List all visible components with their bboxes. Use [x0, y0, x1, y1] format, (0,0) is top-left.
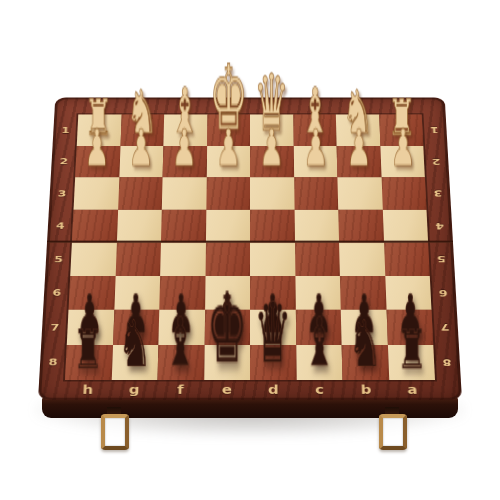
square-d8: ♛ — [250, 345, 296, 380]
square-c5 — [295, 242, 340, 275]
white-pawn-c2: ♟ — [303, 123, 328, 174]
square-e8: ♚ — [204, 345, 250, 380]
rank-label-right-1: 1 — [422, 115, 448, 146]
square-h5 — [70, 242, 116, 275]
rank-label-left-4: 4 — [47, 209, 74, 242]
rank-label-left-7: 7 — [41, 310, 68, 345]
board-frame: 12345678 12345678 hgfedcba ♜♞♝♚♛♝♞♜♟♟♟♟♟… — [38, 97, 462, 400]
square-d3 — [250, 177, 294, 209]
rank-label-right-4: 4 — [426, 209, 453, 242]
square-h8: ♜ — [65, 345, 113, 380]
square-e2: ♟ — [206, 146, 250, 178]
square-b4 — [338, 209, 383, 242]
clasp-right-loop — [379, 414, 407, 450]
black-rook-a8: ♜ — [397, 322, 427, 376]
square-f3 — [162, 177, 207, 209]
black-bishop-f8: ♝ — [165, 310, 197, 376]
file-label-e: e — [204, 380, 251, 400]
file-label-d: d — [250, 380, 297, 400]
rank-label-right-2: 2 — [423, 146, 449, 178]
chess-board: 12345678 12345678 hgfedcba ♜♞♝♚♛♝♞♜♟♟♟♟♟… — [38, 97, 462, 400]
square-a2: ♟ — [380, 146, 425, 178]
white-pawn-e2: ♟ — [216, 123, 241, 174]
square-f2: ♟ — [163, 146, 207, 178]
square-f8: ♝ — [158, 345, 205, 380]
file-label-c: c — [296, 380, 343, 400]
file-label-h: h — [64, 380, 111, 400]
rank-label-right-6: 6 — [430, 276, 457, 310]
rank-label-right-8: 8 — [433, 345, 461, 380]
black-bishop-c8: ♝ — [303, 310, 335, 376]
square-b3 — [337, 177, 382, 209]
square-d5 — [250, 242, 295, 275]
file-labels-bottom: hgfedcba — [64, 380, 436, 400]
product-photo-stage: 12345678 12345678 hgfedcba ♜♞♝♚♛♝♞♜♟♟♟♟♟… — [0, 0, 500, 500]
square-g2: ♟ — [119, 146, 163, 178]
white-pawn-b2: ♟ — [347, 123, 372, 174]
square-g3 — [118, 177, 163, 209]
rank-label-left-2: 2 — [51, 146, 77, 178]
square-c8: ♝ — [296, 345, 343, 380]
black-queen-d8: ♛ — [254, 293, 291, 376]
square-h3 — [74, 177, 119, 209]
square-e4 — [205, 209, 250, 242]
square-c2: ♟ — [293, 146, 337, 178]
white-pawn-g2: ♟ — [128, 123, 153, 174]
fold-seam — [47, 240, 453, 243]
rank-label-right-3: 3 — [425, 177, 451, 209]
square-a4 — [382, 209, 428, 242]
rank-label-right-5: 5 — [428, 242, 455, 275]
square-a8: ♜ — [387, 345, 435, 380]
rank-label-right-7: 7 — [431, 310, 458, 345]
file-label-f: f — [157, 380, 204, 400]
square-h2: ♟ — [75, 146, 120, 178]
black-rook-h8: ♜ — [73, 322, 103, 376]
board-grid: ♜♞♝♚♛♝♞♜♟♟♟♟♟♟♟♟♟♟♟♟♟♟♟♟♜♞♝♚♛♝♞♜ — [65, 115, 435, 380]
square-e5 — [205, 242, 250, 275]
square-b2: ♟ — [337, 146, 381, 178]
white-pawn-h2: ♟ — [85, 123, 110, 174]
white-pawn-d2: ♟ — [259, 123, 284, 174]
file-label-a: a — [389, 380, 436, 400]
square-c4 — [294, 209, 339, 242]
square-g8: ♞ — [111, 345, 158, 380]
black-knight-b8: ♞ — [349, 312, 383, 376]
square-g5 — [115, 242, 161, 275]
square-b5 — [339, 242, 385, 275]
file-label-b: b — [342, 380, 389, 400]
file-label-g: g — [111, 380, 158, 400]
white-pawn-a2: ♟ — [390, 123, 415, 174]
clasp-left-loop — [101, 414, 129, 450]
square-a5 — [384, 242, 430, 275]
rank-label-left-8: 8 — [39, 345, 67, 380]
square-e3 — [206, 177, 250, 209]
square-d4 — [250, 209, 295, 242]
rank-label-left-6: 6 — [43, 276, 70, 310]
black-king-e8: ♚ — [206, 280, 247, 376]
square-b8: ♞ — [342, 345, 389, 380]
clasp-right-icon — [379, 407, 405, 450]
square-a3 — [381, 177, 426, 209]
square-h4 — [72, 209, 118, 242]
square-f4 — [161, 209, 206, 242]
square-g4 — [116, 209, 161, 242]
black-knight-g8: ♞ — [118, 312, 152, 376]
rank-label-left-3: 3 — [49, 177, 75, 209]
square-f5 — [160, 242, 205, 275]
white-pawn-f2: ♟ — [172, 123, 197, 174]
clasp-left-icon — [101, 407, 127, 450]
rank-label-left-1: 1 — [53, 115, 79, 146]
square-d2: ♟ — [250, 146, 294, 178]
square-c3 — [294, 177, 339, 209]
rank-label-left-5: 5 — [45, 242, 72, 275]
